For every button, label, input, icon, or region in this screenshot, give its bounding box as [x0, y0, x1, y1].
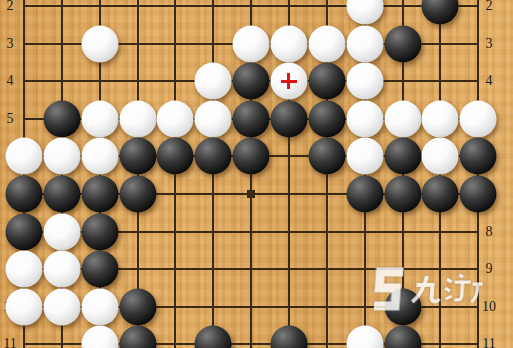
black-stone — [233, 138, 270, 175]
black-stone — [157, 138, 194, 175]
white-stone — [6, 138, 43, 175]
white-stone — [233, 25, 270, 62]
black-stone — [195, 138, 232, 175]
black-stone — [6, 213, 43, 250]
row-label-right: 8 — [486, 225, 493, 239]
white-stone — [460, 100, 497, 137]
black-stone — [81, 176, 118, 213]
black-stone — [81, 251, 118, 288]
black-stone — [43, 100, 80, 137]
black-stone — [43, 176, 80, 213]
row-label-left: 3 — [7, 37, 14, 51]
white-stone — [43, 251, 80, 288]
black-stone — [308, 138, 345, 175]
white-stone — [119, 100, 156, 137]
black-stone — [346, 176, 383, 213]
grid-line-horizontal — [23, 5, 479, 7]
white-stone — [195, 100, 232, 137]
black-stone — [233, 63, 270, 100]
row-label-right: 10 — [482, 300, 496, 314]
black-stone — [119, 288, 156, 325]
black-stone — [81, 213, 118, 250]
go-board-screenshot: 234567891011234567891011 — [0, 0, 513, 348]
white-stone — [195, 63, 232, 100]
white-stone — [43, 138, 80, 175]
black-stone — [460, 138, 497, 175]
white-stone — [308, 25, 345, 62]
black-stone — [384, 138, 421, 175]
black-stone — [270, 326, 307, 348]
black-stone — [308, 63, 345, 100]
white-stone — [346, 25, 383, 62]
white-stone — [270, 25, 307, 62]
white-stone — [422, 138, 459, 175]
row-label-right: 3 — [486, 37, 493, 51]
white-stone — [81, 288, 118, 325]
white-stone — [6, 288, 43, 325]
white-stone — [81, 25, 118, 62]
black-stone — [384, 326, 421, 348]
white-stone — [346, 63, 383, 100]
white-stone — [422, 100, 459, 137]
black-stone — [308, 100, 345, 137]
black-stone — [384, 288, 421, 325]
white-stone — [81, 138, 118, 175]
white-stone — [81, 100, 118, 137]
row-label-right: 9 — [486, 262, 493, 276]
white-stone — [43, 288, 80, 325]
white-stone — [81, 326, 118, 348]
white-stone — [346, 0, 383, 25]
star-point — [247, 190, 255, 198]
black-stone — [195, 326, 232, 348]
row-label-right: 2 — [486, 0, 493, 13]
black-stone — [460, 176, 497, 213]
black-stone — [422, 176, 459, 213]
white-stone — [6, 251, 43, 288]
row-label-left: 11 — [3, 337, 16, 348]
black-stone — [422, 0, 459, 25]
marker-cross-vertical — [287, 73, 290, 89]
row-label-right: 11 — [482, 337, 495, 348]
white-stone — [346, 100, 383, 137]
row-label-left: 5 — [7, 112, 14, 126]
row-label-right: 4 — [486, 74, 493, 88]
black-stone — [119, 326, 156, 348]
white-stone — [346, 326, 383, 348]
black-stone — [119, 176, 156, 213]
white-stone — [43, 213, 80, 250]
white-stone — [384, 100, 421, 137]
black-stone — [119, 138, 156, 175]
watermark-jiuyou-logo — [364, 264, 484, 320]
last-move-marker — [280, 72, 298, 90]
row-label-left: 2 — [7, 0, 14, 13]
black-stone — [270, 100, 307, 137]
black-stone — [233, 100, 270, 137]
row-label-left: 4 — [7, 74, 14, 88]
black-stone — [384, 176, 421, 213]
white-stone — [157, 100, 194, 137]
black-stone — [6, 176, 43, 213]
white-stone — [346, 138, 383, 175]
black-stone — [384, 25, 421, 62]
